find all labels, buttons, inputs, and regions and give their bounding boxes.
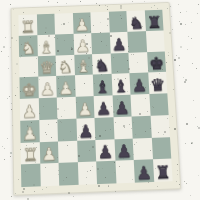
piece-black-pawn: ♟ bbox=[97, 144, 113, 162]
square-r8c8: ♜ bbox=[153, 159, 173, 182]
noise-dot bbox=[73, 196, 74, 197]
square-r5c2 bbox=[38, 98, 57, 120]
square-r6c7 bbox=[132, 116, 152, 139]
chess-board: ♜♟♞♜♞♝♟♟♛♞♝♞♚♚♟♟♝♝♟♛♟♟♟♟♟♟♜♟♟♟♟♜ bbox=[11, 2, 182, 196]
square-r2c3 bbox=[55, 34, 74, 55]
square-r6c6 bbox=[113, 116, 133, 139]
square-r8c2 bbox=[40, 163, 59, 186]
piece-white-pawn: ♟ bbox=[58, 80, 74, 97]
noise-dot bbox=[9, 96, 10, 97]
noise-dot bbox=[174, 59, 176, 61]
noise-dot bbox=[11, 196, 12, 197]
piece-white-pawn: ♟ bbox=[22, 125, 38, 143]
square-r7c2: ♟ bbox=[39, 141, 58, 164]
square-r2c5 bbox=[91, 32, 110, 53]
noise-dot bbox=[57, 2, 58, 3]
square-r1c1: ♜ bbox=[18, 14, 36, 35]
noise-dot bbox=[195, 117, 196, 118]
square-r4c7: ♟ bbox=[129, 73, 148, 95]
board-border: ♜♟♞♜♞♝♟♟♛♞♝♞♚♚♟♟♝♝♟♛♟♟♟♟♟♟♜♟♟♟♟♜ bbox=[11, 2, 182, 196]
noise-dot bbox=[191, 143, 192, 144]
square-r4c1: ♚ bbox=[19, 77, 38, 99]
square-r1c5 bbox=[90, 12, 109, 33]
noise-dot bbox=[192, 63, 193, 64]
square-r7c6: ♟ bbox=[114, 138, 134, 161]
noise-dot bbox=[171, 16, 172, 17]
board-grid: ♜♟♞♜♞♝♟♟♛♞♝♞♚♚♟♟♝♝♟♛♟♟♟♟♟♟♜♟♟♟♟♜ bbox=[18, 10, 172, 187]
piece-black-pawn: ♟ bbox=[111, 36, 127, 53]
noise-dot bbox=[197, 13, 198, 14]
noise-dot bbox=[185, 24, 186, 25]
square-r8c3 bbox=[59, 162, 79, 185]
square-r2c8 bbox=[145, 30, 164, 51]
piece-white-pawn: ♟ bbox=[41, 146, 57, 164]
square-r1c7: ♞ bbox=[126, 10, 145, 31]
noise-dot bbox=[186, 183, 187, 184]
noise-dot bbox=[191, 38, 192, 39]
square-r5c5: ♟ bbox=[94, 95, 113, 117]
square-r4c2: ♟ bbox=[38, 76, 57, 98]
square-r7c4 bbox=[77, 140, 97, 163]
noise-dot bbox=[132, 1, 133, 2]
piece-black-rook: ♜ bbox=[146, 14, 162, 31]
noise-dot bbox=[197, 126, 198, 127]
square-r3c4: ♝ bbox=[74, 54, 93, 76]
square-r3c6 bbox=[110, 52, 129, 74]
piece-white-bishop: ♝ bbox=[76, 58, 92, 75]
square-r8c6 bbox=[115, 160, 135, 183]
piece-white-knight: ♞ bbox=[57, 59, 73, 76]
square-r3c1 bbox=[19, 56, 38, 78]
piece-black-bishop: ♝ bbox=[113, 78, 129, 95]
piece-black-pawn: ♟ bbox=[95, 100, 111, 117]
noise-dot bbox=[48, 1, 49, 2]
piece-white-pawn: ♟ bbox=[74, 17, 89, 34]
square-r1c4: ♟ bbox=[72, 12, 91, 33]
square-r2c4: ♟ bbox=[73, 33, 92, 54]
piece-black-rook: ♜ bbox=[154, 164, 171, 182]
noise-dot bbox=[66, 3, 67, 4]
noise-dot bbox=[198, 175, 199, 176]
square-r3c7 bbox=[128, 52, 147, 74]
noise-dot bbox=[180, 12, 181, 13]
piece-white-queen: ♛ bbox=[39, 60, 54, 77]
square-r2c2: ♝ bbox=[37, 34, 56, 55]
noise-dot bbox=[10, 4, 11, 5]
noise-dot bbox=[198, 127, 200, 129]
noise-dot bbox=[198, 4, 199, 5]
square-r5c8 bbox=[149, 93, 169, 115]
noise-dot bbox=[170, 6, 171, 7]
square-r4c5: ♝ bbox=[93, 74, 112, 96]
piece-white-pawn: ♟ bbox=[40, 81, 56, 98]
noise-dot bbox=[178, 57, 180, 59]
square-r8c4 bbox=[77, 162, 97, 185]
square-r8c1 bbox=[21, 164, 40, 187]
square-r8c7: ♟ bbox=[134, 160, 154, 183]
square-r7c3 bbox=[58, 140, 77, 163]
square-r5c7 bbox=[130, 94, 150, 116]
noise-dot bbox=[177, 70, 178, 71]
square-r6c2 bbox=[39, 119, 58, 142]
noise-dot bbox=[183, 77, 184, 78]
noise-dot bbox=[10, 156, 11, 157]
noise-dot bbox=[184, 81, 186, 83]
noise-dot bbox=[179, 21, 180, 22]
noise-dot bbox=[193, 100, 194, 101]
square-r2c1: ♞ bbox=[19, 35, 38, 57]
noise-dot bbox=[191, 142, 193, 144]
noise-dot bbox=[7, 138, 8, 139]
noise-dot bbox=[191, 22, 192, 23]
square-r3c5: ♞ bbox=[92, 53, 111, 75]
piece-black-pawn: ♟ bbox=[131, 77, 147, 94]
square-r6c5 bbox=[94, 117, 114, 140]
noise-dot bbox=[185, 143, 186, 144]
noise-dot bbox=[187, 49, 188, 50]
noise-dot bbox=[184, 181, 185, 182]
piece-black-pawn: ♟ bbox=[78, 123, 94, 141]
piece-black-pawn: ♟ bbox=[114, 99, 130, 116]
piece-black-knight: ♞ bbox=[128, 15, 144, 32]
square-r5c1: ♟ bbox=[20, 98, 39, 120]
piece-white-bishop: ♝ bbox=[39, 39, 54, 56]
square-r5c6: ♟ bbox=[112, 95, 131, 117]
noise-dot bbox=[186, 123, 188, 125]
noise-dot bbox=[186, 11, 187, 12]
noise-dot bbox=[1, 51, 2, 52]
square-r6c3 bbox=[57, 118, 76, 141]
square-r7c5: ♟ bbox=[95, 139, 115, 162]
square-r1c6 bbox=[108, 11, 127, 32]
noise-dot bbox=[4, 148, 5, 149]
noise-dot bbox=[172, 29, 173, 30]
noise-dot bbox=[3, 46, 5, 48]
square-r3c8: ♚ bbox=[147, 51, 166, 73]
noise-dot bbox=[27, 198, 29, 200]
square-r1c2 bbox=[36, 14, 55, 35]
square-r6c4: ♟ bbox=[76, 118, 95, 141]
noise-dot bbox=[2, 146, 3, 147]
noise-dot bbox=[185, 79, 187, 81]
piece-white-pawn: ♟ bbox=[75, 38, 91, 55]
piece-black-queen: ♛ bbox=[150, 77, 166, 94]
square-r3c3: ♞ bbox=[56, 54, 75, 76]
square-r2c6: ♟ bbox=[109, 32, 128, 53]
noise-dot bbox=[188, 36, 189, 37]
square-r5c4: ♟ bbox=[75, 96, 94, 118]
noise-dot bbox=[80, 1, 81, 2]
piece-white-rook: ♜ bbox=[20, 19, 35, 36]
square-r1c3 bbox=[54, 13, 73, 34]
piece-black-pawn: ♟ bbox=[136, 164, 152, 182]
noise-dot bbox=[5, 37, 6, 38]
noise-dot bbox=[180, 46, 182, 48]
noise-dot bbox=[180, 23, 182, 25]
square-r2c7 bbox=[127, 31, 146, 52]
noise-dot bbox=[190, 195, 191, 196]
noise-dot bbox=[8, 56, 9, 57]
square-r4c3: ♟ bbox=[56, 75, 75, 97]
piece-white-king: ♚ bbox=[21, 82, 37, 99]
piece-white-pawn: ♟ bbox=[77, 101, 93, 118]
piece-white-knight: ♞ bbox=[20, 40, 35, 57]
square-r7c7 bbox=[133, 137, 153, 160]
piece-black-knight: ♞ bbox=[94, 58, 110, 75]
noise-dot bbox=[8, 68, 9, 69]
noise-dot bbox=[144, 1, 145, 2]
square-r7c8 bbox=[151, 137, 171, 160]
square-r7c1: ♜ bbox=[21, 142, 40, 165]
piece-black-king: ♚ bbox=[148, 56, 164, 73]
square-r5c3 bbox=[57, 97, 76, 119]
noise-dot bbox=[196, 68, 197, 69]
square-r4c6: ♝ bbox=[111, 73, 130, 95]
piece-black-bishop: ♝ bbox=[95, 79, 111, 96]
piece-black-pawn: ♟ bbox=[116, 143, 132, 161]
square-r1c8: ♜ bbox=[144, 10, 163, 31]
noise-dot bbox=[10, 152, 12, 154]
noise-dot bbox=[178, 4, 179, 5]
square-r6c1: ♟ bbox=[20, 120, 39, 143]
square-r3c2: ♛ bbox=[37, 55, 56, 77]
noise-dot bbox=[4, 159, 5, 160]
noise-dot bbox=[7, 98, 8, 99]
square-r8c5 bbox=[96, 161, 116, 184]
piece-white-pawn: ♟ bbox=[22, 103, 38, 121]
square-r4c4 bbox=[74, 75, 93, 97]
piece-white-rook: ♜ bbox=[22, 147, 38, 165]
square-r4c8: ♛ bbox=[148, 72, 168, 94]
photo-scene: ♜♟♞♜♞♝♟♟♛♞♝♞♚♚♟♟♝♝♟♛♟♟♟♟♟♟♜♟♟♟♟♜ bbox=[0, 0, 200, 200]
square-r6c8 bbox=[150, 115, 170, 138]
noise-dot bbox=[176, 55, 177, 56]
noise-dot bbox=[179, 65, 180, 66]
